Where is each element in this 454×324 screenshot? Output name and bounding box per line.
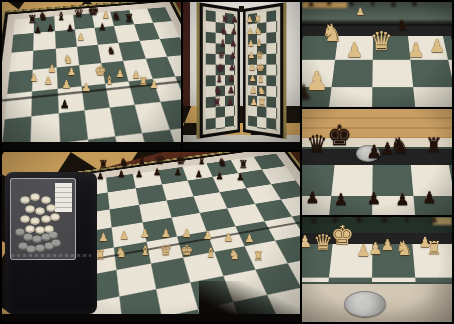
board-square <box>33 48 56 69</box>
wood-floor-sliver <box>302 2 347 8</box>
white-checker-disc <box>36 227 45 234</box>
white-checker-disc <box>36 208 45 215</box>
chair-edge <box>183 2 190 109</box>
coin-portrait <box>363 149 372 157</box>
board-edge-strip <box>302 138 452 150</box>
white-checker-disc <box>26 206 35 213</box>
photo-closeup-black-pieces: ♛♚♟♟♞♜♟♟♟♟♟ <box>302 109 452 215</box>
dark-checker-disc <box>45 243 54 250</box>
dark-checker-disc <box>49 232 58 239</box>
board-left-wing <box>200 3 241 139</box>
wood-floor-sliver <box>433 217 453 225</box>
dark-checker-disc <box>15 228 24 235</box>
board-square <box>10 50 34 72</box>
white-checker-disc <box>41 216 50 223</box>
dark-checker-disc <box>32 236 41 243</box>
white-checker-disc <box>45 225 54 232</box>
board-right-wing <box>243 3 284 139</box>
board-square <box>7 70 33 95</box>
dark-checker-disc <box>27 245 36 252</box>
chessboard-grid <box>2 7 181 150</box>
floor-shadow <box>183 142 300 150</box>
board-square <box>34 31 56 50</box>
board-square <box>32 67 57 91</box>
chessboard-closeup <box>302 243 452 286</box>
table-edge-shadow <box>2 314 300 322</box>
board-fold-seam <box>302 24 452 26</box>
photo-board-start-position: ♜♞♝♛♚♝♞♜♟♟♟♟♟♟♟♟♟♟♟♟♟♟♟♟♜♞♝♛♚♝♞♜ <box>2 152 300 322</box>
board-face-checker <box>248 10 277 131</box>
board-square <box>55 46 79 67</box>
table-edge-shadow <box>2 142 181 150</box>
white-checker-disc <box>31 193 40 200</box>
chessboard-closeup <box>302 37 452 107</box>
photo-angled-board-midgame: ♜♞♟♟♝♟♛♚♟♞♜♟♟♞♞♟♟♟♟♟♟♚♝♟♟♜♟♟ <box>2 2 181 150</box>
white-checker-disc <box>41 196 50 203</box>
white-checker-disc <box>21 196 30 203</box>
board-gold-trim <box>2 2 181 150</box>
board-square <box>58 111 87 143</box>
chessboard-3d <box>2 2 181 150</box>
photo-closeup-white-pieces: ♟♜♞♝♟♟♟♞♞♟♛♟♟♟♟ <box>302 2 452 107</box>
dark-checker-disc <box>23 233 32 240</box>
background-black-pieces-blur <box>302 217 452 233</box>
white-checker-disc <box>31 217 40 224</box>
dark-checker-disc <box>51 240 60 247</box>
white-checker-disc <box>50 214 59 221</box>
board-face-checker <box>206 10 235 131</box>
plastic-bag-of-checkers <box>10 178 76 260</box>
bag-paper-label <box>55 183 73 212</box>
dark-checker-disc <box>18 243 27 250</box>
white-checker-disc <box>26 225 35 232</box>
photo-folding-board-standing: ♜♟♞♟♝♟♛♟♚♟♝♟♞♟♜♟♟♜♟♞♟♝♟♛♟♚♟♝♟♞♟♜ <box>183 2 300 150</box>
white-checker-disc <box>21 216 30 223</box>
dark-checker-disc <box>41 234 50 241</box>
board-square <box>12 33 34 52</box>
board-square <box>56 65 81 89</box>
board-frame <box>2 2 181 150</box>
board-margin <box>2 2 181 150</box>
chessboard-closeup <box>302 165 452 215</box>
board-hinge <box>239 6 244 12</box>
dark-checker-disc <box>36 244 45 251</box>
photo-collage-chess-set: ♜♞♟♟♝♟♛♚♟♞♜♟♟♞♞♟♟♟♟♟♟♚♝♟♟♜♟♟ ♜♟♞♟♝♟♛♟♚♟♝… <box>0 0 454 324</box>
board-cream-border <box>302 282 452 322</box>
photo-closeup-white-pieces-coin: ♟♟♞♟♝♟♟♛♚♟♟♟♞♟♜ <box>302 217 452 322</box>
board-square <box>54 30 76 49</box>
wood-floor <box>302 109 452 140</box>
